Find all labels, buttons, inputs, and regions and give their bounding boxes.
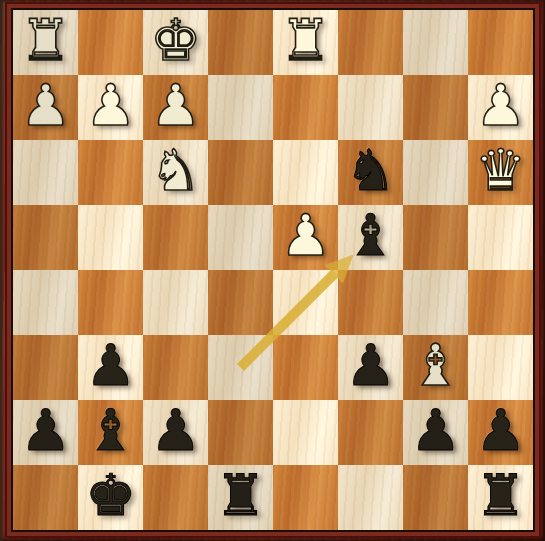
square-e6[interactable] bbox=[208, 335, 273, 400]
piece-white-king[interactable]: ♚ bbox=[150, 12, 201, 69]
square-d5[interactable] bbox=[273, 270, 338, 335]
square-g6[interactable]: ♟ bbox=[78, 335, 143, 400]
square-a2[interactable]: ♟ bbox=[468, 75, 533, 140]
square-a8[interactable]: ♜ bbox=[468, 465, 533, 530]
square-e5[interactable] bbox=[208, 270, 273, 335]
square-c2[interactable] bbox=[338, 75, 403, 140]
square-h4[interactable] bbox=[13, 205, 78, 270]
square-f5[interactable] bbox=[143, 270, 208, 335]
piece-black-rook[interactable]: ♜ bbox=[475, 467, 526, 524]
square-e8[interactable]: ♜ bbox=[208, 465, 273, 530]
square-a6[interactable] bbox=[468, 335, 533, 400]
square-b3[interactable] bbox=[403, 140, 468, 205]
piece-white-bishop[interactable]: ♝ bbox=[410, 337, 461, 394]
square-e2[interactable] bbox=[208, 75, 273, 140]
square-c4[interactable]: ♝ bbox=[338, 205, 403, 270]
square-g8[interactable]: ♚ bbox=[78, 465, 143, 530]
square-c5[interactable] bbox=[338, 270, 403, 335]
square-h6[interactable] bbox=[13, 335, 78, 400]
square-b7[interactable]: ♟ bbox=[403, 400, 468, 465]
square-f8[interactable] bbox=[143, 465, 208, 530]
square-e7[interactable] bbox=[208, 400, 273, 465]
square-d8[interactable] bbox=[273, 465, 338, 530]
piece-black-king[interactable]: ♚ bbox=[85, 467, 136, 524]
piece-black-pawn[interactable]: ♟ bbox=[475, 402, 526, 459]
square-a1[interactable] bbox=[468, 10, 533, 75]
square-g5[interactable] bbox=[78, 270, 143, 335]
square-d7[interactable] bbox=[273, 400, 338, 465]
square-f7[interactable]: ♟ bbox=[143, 400, 208, 465]
square-c1[interactable] bbox=[338, 10, 403, 75]
square-d6[interactable] bbox=[273, 335, 338, 400]
square-a3[interactable]: ♛ bbox=[468, 140, 533, 205]
square-a7[interactable]: ♟ bbox=[468, 400, 533, 465]
square-f2[interactable]: ♟ bbox=[143, 75, 208, 140]
square-b1[interactable] bbox=[403, 10, 468, 75]
square-b4[interactable] bbox=[403, 205, 468, 270]
piece-white-queen[interactable]: ♛ bbox=[475, 142, 526, 199]
piece-black-bishop[interactable]: ♝ bbox=[345, 207, 396, 264]
piece-black-pawn[interactable]: ♟ bbox=[150, 402, 201, 459]
piece-black-rook[interactable]: ♜ bbox=[215, 467, 266, 524]
piece-black-pawn[interactable]: ♟ bbox=[20, 402, 71, 459]
square-h2[interactable]: ♟ bbox=[13, 75, 78, 140]
square-c8[interactable] bbox=[338, 465, 403, 530]
square-g3[interactable] bbox=[78, 140, 143, 205]
square-h1[interactable]: ♜ bbox=[13, 10, 78, 75]
piece-white-pawn[interactable]: ♟ bbox=[150, 77, 201, 134]
piece-white-pawn[interactable]: ♟ bbox=[280, 207, 331, 264]
piece-black-bishop[interactable]: ♝ bbox=[85, 402, 136, 459]
square-g4[interactable] bbox=[78, 205, 143, 270]
square-e3[interactable] bbox=[208, 140, 273, 205]
piece-white-pawn[interactable]: ♟ bbox=[20, 77, 71, 134]
piece-white-rook[interactable]: ♜ bbox=[20, 12, 71, 69]
square-b8[interactable] bbox=[403, 465, 468, 530]
square-f4[interactable] bbox=[143, 205, 208, 270]
square-e1[interactable] bbox=[208, 10, 273, 75]
square-h3[interactable] bbox=[13, 140, 78, 205]
square-b2[interactable] bbox=[403, 75, 468, 140]
square-c3[interactable]: ♞ bbox=[338, 140, 403, 205]
square-e4[interactable] bbox=[208, 205, 273, 270]
square-h5[interactable] bbox=[13, 270, 78, 335]
piece-white-pawn[interactable]: ♟ bbox=[475, 77, 526, 134]
square-b6[interactable]: ♝ bbox=[403, 335, 468, 400]
square-g2[interactable]: ♟ bbox=[78, 75, 143, 140]
board-frame: ♜♚♜♟♟♟♟♞♞♛♟♝♟♟♝♟♝♟♟♟♚♜♜ bbox=[0, 0, 545, 541]
piece-black-knight[interactable]: ♞ bbox=[345, 142, 396, 199]
square-f3[interactable]: ♞ bbox=[143, 140, 208, 205]
square-f6[interactable] bbox=[143, 335, 208, 400]
piece-black-pawn[interactable]: ♟ bbox=[410, 402, 461, 459]
square-d2[interactable] bbox=[273, 75, 338, 140]
piece-white-knight[interactable]: ♞ bbox=[150, 142, 201, 199]
square-c7[interactable] bbox=[338, 400, 403, 465]
square-d1[interactable]: ♜ bbox=[273, 10, 338, 75]
square-h7[interactable]: ♟ bbox=[13, 400, 78, 465]
square-c6[interactable]: ♟ bbox=[338, 335, 403, 400]
square-a4[interactable] bbox=[468, 205, 533, 270]
square-d4[interactable]: ♟ bbox=[273, 205, 338, 270]
square-b5[interactable] bbox=[403, 270, 468, 335]
square-f1[interactable]: ♚ bbox=[143, 10, 208, 75]
piece-black-pawn[interactable]: ♟ bbox=[345, 337, 396, 394]
square-g1[interactable] bbox=[78, 10, 143, 75]
piece-white-pawn[interactable]: ♟ bbox=[85, 77, 136, 134]
square-a5[interactable] bbox=[468, 270, 533, 335]
chess-board[interactable]: ♜♚♜♟♟♟♟♞♞♛♟♝♟♟♝♟♝♟♟♟♚♜♜ bbox=[13, 10, 533, 530]
piece-white-rook[interactable]: ♜ bbox=[280, 12, 331, 69]
square-g7[interactable]: ♝ bbox=[78, 400, 143, 465]
piece-black-pawn[interactable]: ♟ bbox=[85, 337, 136, 394]
square-h8[interactable] bbox=[13, 465, 78, 530]
square-d3[interactable] bbox=[273, 140, 338, 205]
